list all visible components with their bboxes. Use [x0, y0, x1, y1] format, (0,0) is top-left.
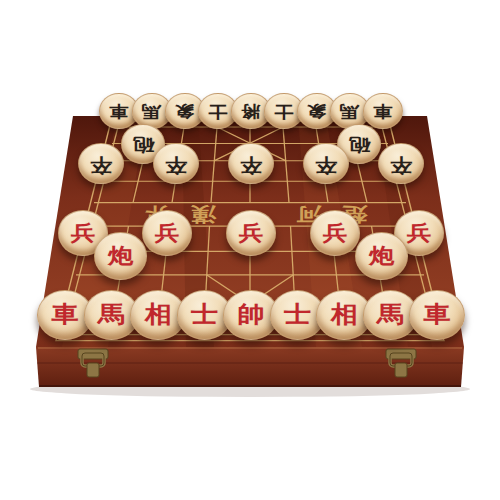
black-cannon-character: 砲 [349, 135, 370, 153]
xiangqi-board: 漢界楚河 車馬象士將士象馬車砲砲卒卒卒卒卒兵兵兵兵兵炮炮車馬相士帥士相馬車 [0, 0, 500, 500]
red-advisor-character: 士 [284, 303, 311, 326]
black-cannon-character: 砲 [133, 135, 154, 153]
black-advisor-character: 士 [208, 103, 227, 119]
piece-red-soldier[interactable]: 兵 [142, 210, 193, 256]
black-elephant-character: 象 [307, 103, 326, 119]
black-elephant-character: 象 [175, 103, 194, 119]
red-general-character: 帥 [237, 303, 264, 326]
piece-black-soldier[interactable]: 卒 [78, 143, 124, 184]
red-horse-character: 馬 [98, 303, 125, 326]
piece-red-cannon[interactable]: 炮 [355, 232, 408, 279]
xiangqi-product-photo: 漢界楚河 車馬象士將士象馬車砲砲卒卒卒卒卒兵兵兵兵兵炮炮車馬相士帥士相馬車 [0, 0, 500, 500]
black-horse-character: 馬 [340, 103, 359, 119]
black-soldier-character: 卒 [315, 155, 337, 174]
red-soldier-character: 兵 [239, 223, 263, 244]
red-soldier-character: 兵 [407, 223, 431, 244]
piece-black-soldier[interactable]: 卒 [153, 143, 199, 184]
piece-black-soldier[interactable]: 卒 [228, 143, 274, 184]
piece-red-chariot[interactable]: 車 [409, 290, 465, 341]
piece-red-cannon[interactable]: 炮 [94, 232, 147, 279]
black-chariot-character: 車 [373, 103, 392, 119]
black-chariot-character: 車 [109, 103, 128, 119]
piece-black-chariot[interactable]: 車 [363, 93, 403, 130]
piece-red-soldier[interactable]: 兵 [310, 210, 361, 256]
red-chariot-character: 車 [51, 303, 78, 326]
black-soldier-character: 卒 [90, 155, 112, 174]
piece-black-soldier[interactable]: 卒 [378, 143, 424, 184]
red-chariot-character: 車 [423, 303, 450, 326]
red-soldier-character: 兵 [323, 223, 347, 244]
black-soldier-character: 卒 [240, 155, 262, 174]
red-cannon-character: 炮 [369, 245, 394, 266]
red-advisor-character: 士 [191, 303, 218, 326]
red-cannon-character: 炮 [108, 245, 133, 266]
pieces-layer: 車馬象士將士象馬車砲砲卒卒卒卒卒兵兵兵兵兵炮炮車馬相士帥士相馬車 [0, 0, 500, 500]
black-general-character: 將 [241, 103, 260, 119]
red-soldier-character: 兵 [155, 223, 179, 244]
black-horse-character: 馬 [142, 103, 161, 119]
piece-black-soldier[interactable]: 卒 [303, 143, 349, 184]
black-soldier-character: 卒 [165, 155, 187, 174]
red-elephant-character: 相 [330, 303, 357, 326]
red-elephant-character: 相 [144, 303, 171, 326]
black-advisor-character: 士 [274, 103, 293, 119]
black-soldier-character: 卒 [390, 155, 412, 174]
piece-red-soldier[interactable]: 兵 [226, 210, 277, 256]
red-horse-character: 馬 [377, 303, 404, 326]
red-soldier-character: 兵 [71, 223, 95, 244]
